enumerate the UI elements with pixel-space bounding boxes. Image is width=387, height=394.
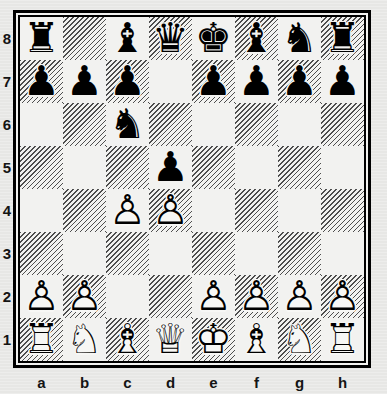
square-d7[interactable] (149, 60, 192, 103)
square-f3[interactable] (235, 232, 278, 275)
piece-black-knight-g8[interactable]: ♞ (281, 18, 318, 59)
square-c7[interactable]: ♟ (106, 60, 149, 103)
square-g6[interactable] (278, 103, 321, 146)
square-d2[interactable] (149, 275, 192, 318)
square-g4[interactable] (278, 189, 321, 232)
rank-label-5: 5 (0, 146, 14, 189)
square-e5[interactable] (192, 146, 235, 189)
square-g8[interactable]: ♞ (278, 17, 321, 60)
square-c4[interactable]: ♟♙ (106, 189, 149, 232)
file-label-d: d (149, 371, 192, 393)
square-f4[interactable] (235, 189, 278, 232)
square-a1[interactable]: ♜♖ (20, 318, 63, 361)
file-labels: abcdefgh (20, 371, 364, 393)
square-b6[interactable] (63, 103, 106, 146)
piece-black-rook-a8[interactable]: ♜ (23, 18, 60, 59)
board: ♜♝♛♚♝♞♜♟♟♟♟♟♟♟♞♟♟♙♟♙♟♙♟♙♟♙♟♙♟♙♟♙♜♖♞♘♝♗♛♕… (20, 17, 364, 361)
rank-label-7: 7 (0, 60, 14, 103)
piece-black-pawn-d5[interactable]: ♟ (152, 147, 189, 188)
square-d4[interactable]: ♟♙ (149, 189, 192, 232)
piece-white-knight-g1[interactable]: ♘ (281, 319, 318, 360)
piece-white-pawn-b2[interactable]: ♙ (66, 276, 103, 317)
square-f1[interactable]: ♝♗ (235, 318, 278, 361)
board-inner-border: ♜♝♛♚♝♞♜♟♟♟♟♟♟♟♞♟♟♙♟♙♟♙♟♙♟♙♟♙♟♙♟♙♜♖♞♘♝♗♛♕… (18, 15, 366, 363)
rank-label-8: 8 (0, 17, 14, 60)
square-b1[interactable]: ♞♘ (63, 318, 106, 361)
square-d8[interactable]: ♛ (149, 17, 192, 60)
square-c3[interactable] (106, 232, 149, 275)
file-label-h: h (321, 371, 364, 393)
square-h4[interactable] (321, 189, 364, 232)
board-frame: ♜♝♛♚♝♞♜♟♟♟♟♟♟♟♞♟♟♙♟♙♟♙♟♙♟♙♟♙♟♙♟♙♜♖♞♘♝♗♛♕… (13, 10, 371, 368)
file-label-f: f (235, 371, 278, 393)
square-e2[interactable]: ♟♙ (192, 275, 235, 318)
file-label-a: a (20, 371, 63, 393)
square-a6[interactable] (20, 103, 63, 146)
square-f6[interactable] (235, 103, 278, 146)
square-a2[interactable]: ♟♙ (20, 275, 63, 318)
piece-white-pawn-f2[interactable]: ♙ (238, 276, 275, 317)
piece-white-king-e1[interactable]: ♔ (195, 319, 232, 360)
piece-white-queen-d1[interactable]: ♕ (152, 319, 189, 360)
piece-white-pawn-d4[interactable]: ♙ (152, 190, 189, 231)
square-e3[interactable] (192, 232, 235, 275)
square-a5[interactable] (20, 146, 63, 189)
square-b3[interactable] (63, 232, 106, 275)
square-h3[interactable] (321, 232, 364, 275)
square-c5[interactable] (106, 146, 149, 189)
piece-white-pawn-a2[interactable]: ♙ (23, 276, 60, 317)
square-f5[interactable] (235, 146, 278, 189)
square-b2[interactable]: ♟♙ (63, 275, 106, 318)
file-label-b: b (63, 371, 106, 393)
piece-white-pawn-h2[interactable]: ♙ (324, 276, 361, 317)
square-c8[interactable]: ♝ (106, 17, 149, 60)
piece-black-king-e8[interactable]: ♚ (195, 18, 232, 59)
square-b5[interactable] (63, 146, 106, 189)
square-a4[interactable] (20, 189, 63, 232)
piece-black-pawn-a7[interactable]: ♟ (23, 61, 60, 102)
piece-black-queen-d8[interactable]: ♛ (152, 18, 189, 59)
square-f7[interactable]: ♟ (235, 60, 278, 103)
rank-label-4: 4 (0, 189, 14, 232)
square-e1[interactable]: ♚♔ (192, 318, 235, 361)
piece-white-pawn-e2[interactable]: ♙ (195, 276, 232, 317)
piece-black-bishop-c8[interactable]: ♝ (109, 18, 146, 59)
square-b4[interactable] (63, 189, 106, 232)
square-a8[interactable]: ♜ (20, 17, 63, 60)
square-g1[interactable]: ♞♘ (278, 318, 321, 361)
square-c1[interactable]: ♝♗ (106, 318, 149, 361)
square-d5[interactable]: ♟ (149, 146, 192, 189)
square-a7[interactable]: ♟ (20, 60, 63, 103)
chess-diagram: 87654321 ♜♝♛♚♝♞♜♟♟♟♟♟♟♟♞♟♟♙♟♙♟♙♟♙♟♙♟♙♟♙♟… (0, 0, 387, 394)
piece-white-rook-a1[interactable]: ♖ (23, 319, 60, 360)
piece-black-pawn-h7[interactable]: ♟ (324, 61, 361, 102)
square-b8[interactable] (63, 17, 106, 60)
square-f2[interactable]: ♟♙ (235, 275, 278, 318)
piece-black-rook-h8[interactable]: ♜ (324, 18, 361, 59)
square-e4[interactable] (192, 189, 235, 232)
square-h7[interactable]: ♟ (321, 60, 364, 103)
rank-label-1: 1 (0, 318, 14, 361)
file-label-g: g (278, 371, 321, 393)
piece-black-pawn-c7[interactable]: ♟ (109, 61, 146, 102)
square-h2[interactable]: ♟♙ (321, 275, 364, 318)
square-h6[interactable] (321, 103, 364, 146)
square-h5[interactable] (321, 146, 364, 189)
square-d6[interactable] (149, 103, 192, 146)
square-c2[interactable] (106, 275, 149, 318)
square-h8[interactable]: ♜ (321, 17, 364, 60)
square-g5[interactable] (278, 146, 321, 189)
piece-black-pawn-f7[interactable]: ♟ (238, 61, 275, 102)
piece-white-rook-h1[interactable]: ♖ (324, 319, 361, 360)
square-a3[interactable] (20, 232, 63, 275)
square-g3[interactable] (278, 232, 321, 275)
piece-black-pawn-e7[interactable]: ♟ (195, 61, 232, 102)
square-b7[interactable]: ♟ (63, 60, 106, 103)
square-d1[interactable]: ♛♕ (149, 318, 192, 361)
square-h1[interactable]: ♜♖ (321, 318, 364, 361)
square-g2[interactable]: ♟♙ (278, 275, 321, 318)
piece-white-bishop-f1[interactable]: ♗ (238, 319, 275, 360)
rank-label-2: 2 (0, 275, 14, 318)
square-c6[interactable]: ♞ (106, 103, 149, 146)
piece-white-bishop-c1[interactable]: ♗ (109, 319, 146, 360)
file-label-c: c (106, 371, 149, 393)
rank-label-6: 6 (0, 103, 14, 146)
piece-black-knight-c6[interactable]: ♞ (109, 104, 146, 145)
piece-black-bishop-f8[interactable]: ♝ (238, 18, 275, 59)
square-e6[interactable] (192, 103, 235, 146)
piece-white-pawn-g2[interactable]: ♙ (281, 276, 318, 317)
piece-white-pawn-c4[interactable]: ♙ (109, 190, 146, 231)
square-f8[interactable]: ♝ (235, 17, 278, 60)
rank-label-3: 3 (0, 232, 14, 275)
piece-black-pawn-b7[interactable]: ♟ (66, 61, 103, 102)
square-g7[interactable]: ♟ (278, 60, 321, 103)
square-e7[interactable]: ♟ (192, 60, 235, 103)
piece-black-pawn-g7[interactable]: ♟ (281, 61, 318, 102)
rank-labels: 87654321 (0, 17, 14, 361)
file-label-e: e (192, 371, 235, 393)
piece-white-knight-b1[interactable]: ♘ (66, 319, 103, 360)
square-e8[interactable]: ♚ (192, 17, 235, 60)
square-d3[interactable] (149, 232, 192, 275)
